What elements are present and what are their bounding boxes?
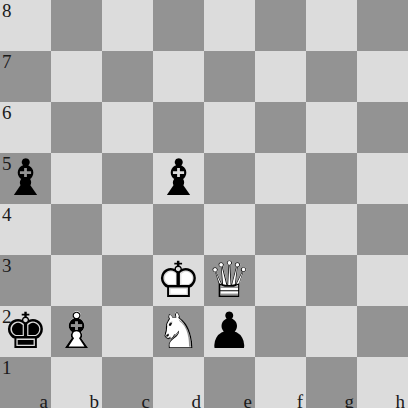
black-bishop[interactable]: ♝ <box>153 153 204 204</box>
white-queen[interactable]: ♕ <box>204 255 255 306</box>
square-d2[interactable]: ♞♘ <box>153 306 204 357</box>
square-g8[interactable] <box>306 0 357 51</box>
white-bishop-fill: ♝ <box>51 306 102 357</box>
square-b3[interactable] <box>51 255 102 306</box>
square-f7[interactable] <box>255 51 306 102</box>
white-king[interactable]: ♔ <box>153 255 204 306</box>
square-f6[interactable] <box>255 102 306 153</box>
square-e1[interactable]: e <box>204 357 255 408</box>
square-h2[interactable] <box>357 306 408 357</box>
square-b5[interactable] <box>51 153 102 204</box>
square-d4[interactable] <box>153 204 204 255</box>
square-b7[interactable] <box>51 51 102 102</box>
file-label-c: c <box>142 392 150 408</box>
white-bishop[interactable]: ♗ <box>51 306 102 357</box>
square-a8[interactable]: 8 <box>0 0 51 51</box>
square-b1[interactable]: b <box>51 357 102 408</box>
square-g7[interactable] <box>306 51 357 102</box>
square-e2[interactable]: ♟ <box>204 306 255 357</box>
square-g3[interactable] <box>306 255 357 306</box>
black-bishop[interactable]: ♝ <box>0 153 51 204</box>
square-e6[interactable] <box>204 102 255 153</box>
square-h5[interactable] <box>357 153 408 204</box>
square-a1[interactable]: 1a <box>0 357 51 408</box>
square-f2[interactable] <box>255 306 306 357</box>
square-f1[interactable]: f <box>255 357 306 408</box>
white-knight-fill: ♞ <box>153 306 204 357</box>
rank-label-4: 4 <box>2 205 12 224</box>
square-c7[interactable] <box>102 51 153 102</box>
square-e8[interactable] <box>204 0 255 51</box>
square-c8[interactable] <box>102 0 153 51</box>
square-d6[interactable] <box>153 102 204 153</box>
white-king-fill: ♚ <box>153 255 204 306</box>
rank-label-3: 3 <box>2 256 12 275</box>
square-a3[interactable]: 3 <box>0 255 51 306</box>
square-d1[interactable]: d <box>153 357 204 408</box>
square-b6[interactable] <box>51 102 102 153</box>
square-h7[interactable] <box>357 51 408 102</box>
square-b2[interactable]: ♝♗ <box>51 306 102 357</box>
square-a2[interactable]: 2♚ <box>0 306 51 357</box>
square-c4[interactable] <box>102 204 153 255</box>
square-c2[interactable] <box>102 306 153 357</box>
file-label-d: d <box>192 392 202 408</box>
rank-label-7: 7 <box>2 52 12 71</box>
chess-board: 8765♝♝43♚♔♛♕2♚♝♗♞♘♟1abcdefgh <box>0 0 408 408</box>
square-e7[interactable] <box>204 51 255 102</box>
white-queen-fill: ♛ <box>204 255 255 306</box>
square-h6[interactable] <box>357 102 408 153</box>
square-f3[interactable] <box>255 255 306 306</box>
square-e3[interactable]: ♛♕ <box>204 255 255 306</box>
square-c5[interactable] <box>102 153 153 204</box>
square-d8[interactable] <box>153 0 204 51</box>
square-g1[interactable]: g <box>306 357 357 408</box>
square-d5[interactable]: ♝ <box>153 153 204 204</box>
square-a5[interactable]: 5♝ <box>0 153 51 204</box>
file-label-f: f <box>297 392 303 408</box>
file-label-e: e <box>244 392 252 408</box>
square-f8[interactable] <box>255 0 306 51</box>
rank-label-6: 6 <box>2 103 12 122</box>
rank-label-2: 2 <box>2 307 12 326</box>
file-label-b: b <box>90 392 100 408</box>
square-a6[interactable]: 6 <box>0 102 51 153</box>
square-h8[interactable] <box>357 0 408 51</box>
square-a7[interactable]: 7 <box>0 51 51 102</box>
square-c6[interactable] <box>102 102 153 153</box>
square-e4[interactable] <box>204 204 255 255</box>
rank-label-5: 5 <box>2 154 12 173</box>
square-d3[interactable]: ♚♔ <box>153 255 204 306</box>
rank-label-8: 8 <box>2 1 12 20</box>
square-g4[interactable] <box>306 204 357 255</box>
square-g2[interactable] <box>306 306 357 357</box>
black-pawn[interactable]: ♟ <box>204 306 255 357</box>
square-h1[interactable]: h <box>357 357 408 408</box>
file-label-g: g <box>345 392 355 408</box>
white-knight[interactable]: ♘ <box>153 306 204 357</box>
rank-label-1: 1 <box>2 358 12 377</box>
square-c3[interactable] <box>102 255 153 306</box>
square-b4[interactable] <box>51 204 102 255</box>
square-f5[interactable] <box>255 153 306 204</box>
square-h3[interactable] <box>357 255 408 306</box>
file-label-h: h <box>396 392 406 408</box>
square-d7[interactable] <box>153 51 204 102</box>
file-label-a: a <box>40 392 48 408</box>
square-e5[interactable] <box>204 153 255 204</box>
black-king[interactable]: ♚ <box>0 306 51 357</box>
square-b8[interactable] <box>51 0 102 51</box>
square-g6[interactable] <box>306 102 357 153</box>
square-c1[interactable]: c <box>102 357 153 408</box>
square-f4[interactable] <box>255 204 306 255</box>
square-g5[interactable] <box>306 153 357 204</box>
square-h4[interactable] <box>357 204 408 255</box>
square-a4[interactable]: 4 <box>0 204 51 255</box>
